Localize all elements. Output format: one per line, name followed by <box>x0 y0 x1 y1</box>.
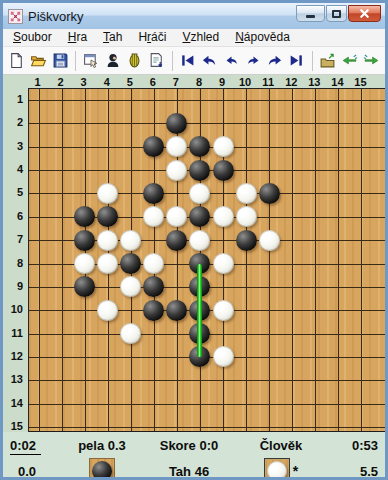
forward-multi-icon <box>266 52 283 69</box>
col-label-6: 6 <box>150 76 156 88</box>
black-stone <box>259 183 280 204</box>
black-stone-icon <box>92 461 112 480</box>
back-multi-icon <box>201 52 218 69</box>
open-icon <box>30 52 47 69</box>
col-label-10: 10 <box>239 76 251 88</box>
move-number: Tah 46 <box>169 464 209 479</box>
board[interactable] <box>28 88 385 432</box>
row-label-14: 14 <box>11 397 23 409</box>
white-stone <box>166 206 187 227</box>
black-stone <box>120 253 141 274</box>
white-stone <box>120 230 141 251</box>
black-stone <box>189 160 210 181</box>
menu-item-vzhled[interactable]: Vzhled <box>174 29 227 46</box>
row-label-15: 15 <box>11 420 23 432</box>
column-labels: 123456789101112131415 <box>3 75 385 88</box>
col-label-12: 12 <box>285 76 297 88</box>
black-stone <box>74 276 95 297</box>
row-label-5: 5 <box>17 186 23 198</box>
white-stone <box>97 253 118 274</box>
move-list-icon <box>148 52 165 69</box>
row-label-10: 10 <box>11 303 23 315</box>
row-label-4: 4 <box>17 163 23 175</box>
score-label: Skore 0:0 <box>160 438 219 453</box>
black-stone <box>166 230 187 251</box>
move-list-button[interactable] <box>146 49 168 73</box>
black-stone <box>74 230 95 251</box>
players-icon <box>105 52 122 69</box>
row-label-2: 2 <box>17 116 23 128</box>
black-stone <box>97 206 118 227</box>
grab-move-button[interactable] <box>317 49 339 73</box>
last-move-icon <box>288 52 305 69</box>
white-stone <box>120 276 141 297</box>
white-stone <box>213 206 234 227</box>
white-stone <box>189 230 210 251</box>
hint-icon <box>126 52 143 69</box>
black-stone <box>143 276 164 297</box>
white-time: 0:53 <box>352 438 378 453</box>
menu-item-tah[interactable]: Tah <box>95 29 130 46</box>
col-label-8: 8 <box>196 76 202 88</box>
redo-icon <box>245 52 262 69</box>
white-stone <box>97 230 118 251</box>
grid-line-vertical <box>361 89 362 431</box>
black-stone <box>189 136 210 157</box>
new-icon <box>8 52 25 69</box>
turn-marker: * <box>293 463 298 479</box>
forward-multi-button[interactable] <box>264 49 286 73</box>
back-multi-button[interactable] <box>199 49 221 73</box>
col-label-11: 11 <box>262 76 274 88</box>
menu-item-hraci[interactable]: Hráči <box>130 29 174 46</box>
white-stone <box>74 253 95 274</box>
app-icon <box>8 9 23 24</box>
properties-button[interactable] <box>80 49 102 73</box>
grid-line-vertical <box>338 89 339 431</box>
players-button[interactable] <box>102 49 124 73</box>
row-label-9: 9 <box>17 280 23 292</box>
black-player-name: pela 0.3 <box>78 438 126 453</box>
app-window: Piškvorky SouborHraTahHráčiVzhledNápověd… <box>0 0 388 480</box>
white-stone <box>213 253 234 274</box>
row-label-3: 3 <box>17 140 23 152</box>
first-move-icon <box>179 52 196 69</box>
white-stone <box>213 346 234 367</box>
white-stone <box>143 206 164 227</box>
black-time: 0:02 <box>10 438 41 455</box>
white-stone <box>143 253 164 274</box>
black-stone <box>143 183 164 204</box>
toolbar-separator <box>312 51 313 71</box>
grid-line-horizontal <box>29 123 385 124</box>
white-stone <box>236 206 257 227</box>
grid-line-horizontal <box>29 380 385 381</box>
minimize-button[interactable] <box>296 5 325 22</box>
white-stone <box>166 160 187 181</box>
white-player-name: Člověk <box>260 438 303 453</box>
row-label-11: 11 <box>11 327 23 339</box>
col-label-4: 4 <box>104 76 110 88</box>
close-button[interactable] <box>348 5 381 22</box>
close-icon <box>359 8 370 19</box>
white-stone <box>166 136 187 157</box>
col-label-7: 7 <box>173 76 179 88</box>
new-button[interactable] <box>6 49 28 73</box>
import-button[interactable] <box>338 49 360 73</box>
black-stone <box>143 136 164 157</box>
row-label-12: 12 <box>11 350 23 362</box>
undo-icon <box>223 52 240 69</box>
col-label-15: 15 <box>354 76 366 88</box>
white-stone <box>97 300 118 321</box>
menu-bar: SouborHraTahHráčiVzhledNápověda <box>3 29 385 47</box>
import-icon <box>341 52 358 69</box>
toolbar-separator <box>75 51 76 71</box>
minimize-icon <box>306 15 315 18</box>
white-stone <box>97 183 118 204</box>
hint-button[interactable] <box>124 49 146 73</box>
col-label-3: 3 <box>81 76 87 88</box>
black-stone <box>236 230 257 251</box>
win-line <box>197 264 202 357</box>
row-label-13: 13 <box>11 373 23 385</box>
export-icon <box>363 52 380 69</box>
grab-move-icon <box>319 52 336 69</box>
open-button[interactable] <box>28 49 50 73</box>
black-player-tray <box>89 458 115 480</box>
last-move-button[interactable] <box>286 49 308 73</box>
black-stone <box>74 206 95 227</box>
toolbar <box>3 47 385 75</box>
black-eval: 0.0 <box>10 464 36 479</box>
white-stone-icon <box>267 461 287 480</box>
black-stone <box>166 300 187 321</box>
col-label-5: 5 <box>127 76 133 88</box>
col-label-14: 14 <box>331 76 343 88</box>
redo-button[interactable] <box>242 49 264 73</box>
menu-item-hra[interactable]: Hra <box>60 29 95 46</box>
black-stone <box>143 300 164 321</box>
white-stone <box>259 230 280 251</box>
black-stone <box>189 206 210 227</box>
menu-item-napoveda[interactable]: Nápověda <box>227 29 298 46</box>
white-eval: 5.5 <box>360 464 378 479</box>
grid-line-horizontal <box>29 427 385 428</box>
first-move-button[interactable] <box>177 49 199 73</box>
undo-button[interactable] <box>220 49 242 73</box>
white-stone <box>120 323 141 344</box>
grid-line-horizontal <box>29 404 385 405</box>
maximize-icon <box>332 10 341 18</box>
window-title: Piškvorky <box>28 9 84 24</box>
export-button[interactable] <box>360 49 382 73</box>
white-stone <box>189 183 210 204</box>
row-labels: 123456789101112131415 <box>3 88 28 432</box>
white-player-tray <box>264 458 290 480</box>
row-label-6: 6 <box>17 210 23 222</box>
status-bar: 0:02 pela 0.3 Skore 0:0 Člověk 0:53 0.0 … <box>3 432 385 480</box>
grid-line-horizontal <box>29 100 385 101</box>
col-label-9: 9 <box>219 76 225 88</box>
black-stone <box>166 113 187 134</box>
title-bar[interactable]: Piškvorky <box>3 3 385 29</box>
col-label-2: 2 <box>58 76 64 88</box>
row-label-8: 8 <box>17 257 23 269</box>
save-button[interactable] <box>50 49 72 73</box>
white-stone <box>213 136 234 157</box>
maximize-button[interactable] <box>326 5 347 22</box>
properties-icon <box>83 52 100 69</box>
save-icon <box>52 52 69 69</box>
col-label-13: 13 <box>308 76 320 88</box>
white-stone <box>213 300 234 321</box>
row-label-7: 7 <box>17 233 23 245</box>
row-label-1: 1 <box>17 93 23 105</box>
toolbar-separator <box>172 51 173 71</box>
black-stone <box>213 160 234 181</box>
menu-item-soubor[interactable]: Soubor <box>5 29 60 46</box>
white-stone <box>236 183 257 204</box>
col-label-1: 1 <box>34 76 40 88</box>
